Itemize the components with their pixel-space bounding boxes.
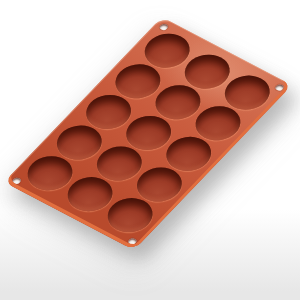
product-photo-stage [0,0,300,300]
silicone-mould [4,17,292,250]
mould-drop-shadow [0,0,300,300]
cavity-grid [4,17,292,250]
